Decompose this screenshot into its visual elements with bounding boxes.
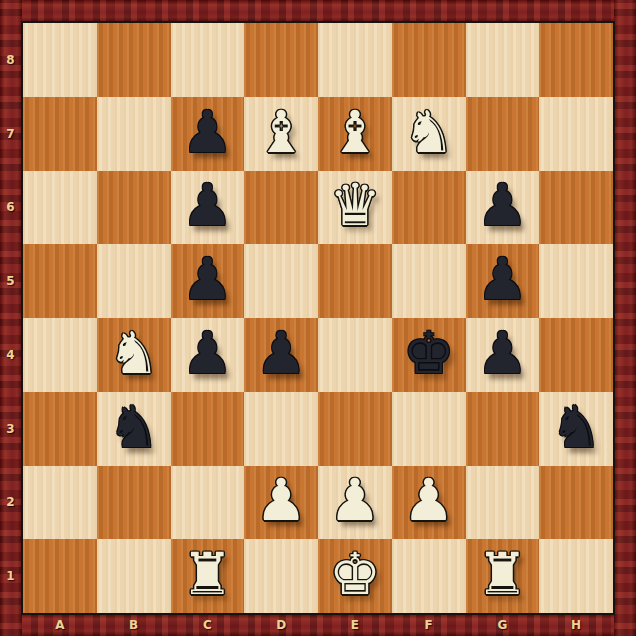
square-b8[interactable] bbox=[97, 23, 171, 97]
square-h1[interactable] bbox=[539, 539, 613, 613]
file-label-h: H bbox=[539, 614, 613, 636]
square-e4[interactable] bbox=[318, 318, 392, 392]
square-d2[interactable]: ♟ bbox=[244, 466, 318, 540]
square-d1[interactable] bbox=[244, 539, 318, 613]
square-e3[interactable] bbox=[318, 392, 392, 466]
square-f7[interactable]: ♞ bbox=[392, 97, 466, 171]
piece-black-pawn-g4[interactable]: ♟ bbox=[476, 324, 528, 382]
chess-diagram: ♟♝♝♞♟♛♟♟♟♞♟♟♚♟♞♞♟♟♟♜♚♜ 87654321 ABCDEFGH bbox=[0, 0, 636, 636]
piece-black-knight-h3[interactable]: ♞ bbox=[550, 398, 602, 456]
rank-label-3: 3 bbox=[0, 392, 21, 466]
square-d7[interactable]: ♝ bbox=[244, 97, 318, 171]
rank-label-6: 6 bbox=[0, 171, 21, 245]
piece-white-bishop-d7[interactable]: ♝ bbox=[255, 103, 307, 161]
file-label-d: D bbox=[244, 614, 318, 636]
square-c3[interactable] bbox=[171, 392, 245, 466]
square-b2[interactable] bbox=[97, 466, 171, 540]
piece-white-pawn-d2[interactable]: ♟ bbox=[255, 471, 307, 529]
square-a6[interactable] bbox=[23, 171, 97, 245]
square-d8[interactable] bbox=[244, 23, 318, 97]
square-c7[interactable]: ♟ bbox=[171, 97, 245, 171]
rank-label-5: 5 bbox=[0, 244, 21, 318]
square-b1[interactable] bbox=[97, 539, 171, 613]
piece-black-king-f4[interactable]: ♚ bbox=[403, 324, 455, 382]
square-d4[interactable]: ♟ bbox=[244, 318, 318, 392]
piece-white-bishop-e7[interactable]: ♝ bbox=[329, 103, 381, 161]
square-g6[interactable]: ♟ bbox=[466, 171, 540, 245]
square-f8[interactable] bbox=[392, 23, 466, 97]
square-b6[interactable] bbox=[97, 171, 171, 245]
square-c2[interactable] bbox=[171, 466, 245, 540]
piece-white-rook-g1[interactable]: ♜ bbox=[476, 545, 528, 603]
square-c6[interactable]: ♟ bbox=[171, 171, 245, 245]
square-h5[interactable] bbox=[539, 244, 613, 318]
square-g8[interactable] bbox=[466, 23, 540, 97]
square-f2[interactable]: ♟ bbox=[392, 466, 466, 540]
square-a3[interactable] bbox=[23, 392, 97, 466]
square-b7[interactable] bbox=[97, 97, 171, 171]
square-e7[interactable]: ♝ bbox=[318, 97, 392, 171]
file-label-g: G bbox=[466, 614, 540, 636]
square-h7[interactable] bbox=[539, 97, 613, 171]
piece-black-pawn-c4[interactable]: ♟ bbox=[181, 324, 233, 382]
square-c8[interactable] bbox=[171, 23, 245, 97]
square-g5[interactable]: ♟ bbox=[466, 244, 540, 318]
piece-black-pawn-g5[interactable]: ♟ bbox=[476, 250, 528, 308]
square-d3[interactable] bbox=[244, 392, 318, 466]
square-a2[interactable] bbox=[23, 466, 97, 540]
file-labels: ABCDEFGH bbox=[23, 614, 613, 636]
rank-label-2: 2 bbox=[0, 466, 21, 540]
square-a5[interactable] bbox=[23, 244, 97, 318]
square-e2[interactable]: ♟ bbox=[318, 466, 392, 540]
square-g1[interactable]: ♜ bbox=[466, 539, 540, 613]
board-frame-right bbox=[614, 0, 636, 636]
rank-label-8: 8 bbox=[0, 23, 21, 97]
piece-black-knight-b3[interactable]: ♞ bbox=[108, 398, 160, 456]
square-c1[interactable]: ♜ bbox=[171, 539, 245, 613]
board-frame-top bbox=[0, 0, 636, 22]
piece-white-pawn-e2[interactable]: ♟ bbox=[329, 471, 381, 529]
square-c4[interactable]: ♟ bbox=[171, 318, 245, 392]
piece-black-pawn-d4[interactable]: ♟ bbox=[255, 324, 307, 382]
square-a1[interactable] bbox=[23, 539, 97, 613]
piece-white-rook-c1[interactable]: ♜ bbox=[181, 545, 233, 603]
piece-white-knight-b4[interactable]: ♞ bbox=[108, 324, 160, 382]
file-label-c: C bbox=[171, 614, 245, 636]
rank-labels: 87654321 bbox=[0, 23, 21, 613]
square-b4[interactable]: ♞ bbox=[97, 318, 171, 392]
piece-white-pawn-f2[interactable]: ♟ bbox=[403, 471, 455, 529]
square-e6[interactable]: ♛ bbox=[318, 171, 392, 245]
piece-black-pawn-c7[interactable]: ♟ bbox=[181, 103, 233, 161]
file-label-f: F bbox=[392, 614, 466, 636]
piece-black-pawn-c6[interactable]: ♟ bbox=[181, 176, 233, 234]
piece-white-queen-e6[interactable]: ♛ bbox=[329, 176, 381, 234]
square-f3[interactable] bbox=[392, 392, 466, 466]
square-h3[interactable]: ♞ bbox=[539, 392, 613, 466]
square-b5[interactable] bbox=[97, 244, 171, 318]
square-e5[interactable] bbox=[318, 244, 392, 318]
square-d5[interactable] bbox=[244, 244, 318, 318]
square-e1[interactable]: ♚ bbox=[318, 539, 392, 613]
square-h6[interactable] bbox=[539, 171, 613, 245]
square-h2[interactable] bbox=[539, 466, 613, 540]
piece-black-pawn-c5[interactable]: ♟ bbox=[181, 250, 233, 308]
file-label-e: E bbox=[318, 614, 392, 636]
rank-label-4: 4 bbox=[0, 318, 21, 392]
file-label-b: B bbox=[97, 614, 171, 636]
rank-label-7: 7 bbox=[0, 97, 21, 171]
square-h8[interactable] bbox=[539, 23, 613, 97]
square-a7[interactable] bbox=[23, 97, 97, 171]
square-g3[interactable] bbox=[466, 392, 540, 466]
square-g7[interactable] bbox=[466, 97, 540, 171]
square-f6[interactable] bbox=[392, 171, 466, 245]
square-f5[interactable] bbox=[392, 244, 466, 318]
square-f4[interactable]: ♚ bbox=[392, 318, 466, 392]
square-a4[interactable] bbox=[23, 318, 97, 392]
rank-label-1: 1 bbox=[0, 539, 21, 613]
square-g4[interactable]: ♟ bbox=[466, 318, 540, 392]
piece-white-king-e1[interactable]: ♚ bbox=[329, 545, 381, 603]
square-a8[interactable] bbox=[23, 23, 97, 97]
square-f1[interactable] bbox=[392, 539, 466, 613]
square-e8[interactable] bbox=[318, 23, 392, 97]
chess-board: ♟♝♝♞♟♛♟♟♟♞♟♟♚♟♞♞♟♟♟♜♚♜ bbox=[21, 21, 615, 615]
piece-white-knight-f7[interactable]: ♞ bbox=[403, 103, 455, 161]
square-g2[interactable] bbox=[466, 466, 540, 540]
square-b3[interactable]: ♞ bbox=[97, 392, 171, 466]
piece-black-pawn-g6[interactable]: ♟ bbox=[476, 176, 528, 234]
square-d6[interactable] bbox=[244, 171, 318, 245]
square-h4[interactable] bbox=[539, 318, 613, 392]
file-label-a: A bbox=[23, 614, 97, 636]
square-c5[interactable]: ♟ bbox=[171, 244, 245, 318]
